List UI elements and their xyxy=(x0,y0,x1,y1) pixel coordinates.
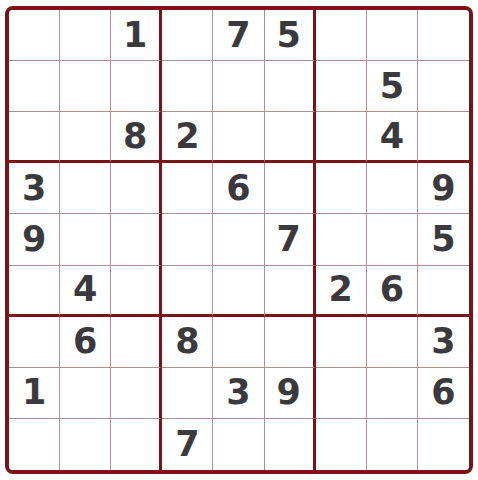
cell-r8c8[interactable] xyxy=(367,368,418,419)
given-digit: 8 xyxy=(123,119,147,154)
cell-r7c1[interactable] xyxy=(9,317,60,368)
cell-r1c7[interactable] xyxy=(316,10,367,61)
cell-r9c6[interactable] xyxy=(265,419,316,470)
cell-r6c8[interactable]: 6 xyxy=(367,266,418,317)
cell-r6c4[interactable] xyxy=(162,266,213,317)
cell-r7c8[interactable] xyxy=(367,317,418,368)
sudoku-page: 175582436997542668313967 xyxy=(0,0,478,480)
cell-r4c2[interactable] xyxy=(60,163,111,214)
given-digit: 6 xyxy=(431,375,455,410)
cell-r5c5[interactable] xyxy=(213,214,264,265)
cell-r9c5[interactable] xyxy=(213,419,264,470)
given-digit: 4 xyxy=(380,119,404,154)
cell-r9c1[interactable] xyxy=(9,419,60,470)
cell-r4c5[interactable]: 6 xyxy=(213,163,264,214)
cell-r4c7[interactable] xyxy=(316,163,367,214)
cell-r6c5[interactable] xyxy=(213,266,264,317)
cell-r3c2[interactable] xyxy=(60,112,111,163)
cell-r2c2[interactable] xyxy=(60,61,111,112)
cell-r3c3[interactable]: 8 xyxy=(111,112,162,163)
cell-r7c5[interactable] xyxy=(213,317,264,368)
cell-r8c5[interactable]: 3 xyxy=(213,368,264,419)
given-digit: 1 xyxy=(123,18,147,53)
cell-r6c9[interactable] xyxy=(418,266,469,317)
cell-r6c1[interactable] xyxy=(9,266,60,317)
cell-r2c9[interactable] xyxy=(418,61,469,112)
cell-r5c9[interactable]: 5 xyxy=(418,214,469,265)
cell-r1c2[interactable] xyxy=(60,10,111,61)
cell-r9c2[interactable] xyxy=(60,419,111,470)
cell-r3c6[interactable] xyxy=(265,112,316,163)
cell-r1c9[interactable] xyxy=(418,10,469,61)
cell-r7c3[interactable] xyxy=(111,317,162,368)
given-digit: 6 xyxy=(73,324,97,359)
cell-r2c1[interactable] xyxy=(9,61,60,112)
cell-r1c6[interactable]: 5 xyxy=(265,10,316,61)
given-digit: 9 xyxy=(431,171,455,206)
given-digit: 6 xyxy=(226,171,250,206)
cell-r1c4[interactable] xyxy=(162,10,213,61)
given-digit: 4 xyxy=(73,272,97,307)
cell-r9c3[interactable] xyxy=(111,419,162,470)
cell-r2c4[interactable] xyxy=(162,61,213,112)
given-digit: 3 xyxy=(431,324,455,359)
cell-r9c4[interactable]: 7 xyxy=(162,419,213,470)
cell-r2c7[interactable] xyxy=(316,61,367,112)
cell-r3c5[interactable] xyxy=(213,112,264,163)
cell-r4c9[interactable]: 9 xyxy=(418,163,469,214)
cell-r1c3[interactable]: 1 xyxy=(111,10,162,61)
cell-r8c1[interactable]: 1 xyxy=(9,368,60,419)
cell-r5c7[interactable] xyxy=(316,214,367,265)
cell-r2c8[interactable]: 5 xyxy=(367,61,418,112)
cell-r3c9[interactable] xyxy=(418,112,469,163)
cell-r7c2[interactable]: 6 xyxy=(60,317,111,368)
given-digit: 1 xyxy=(22,375,46,410)
given-digit: 6 xyxy=(380,272,404,307)
cell-r7c4[interactable]: 8 xyxy=(162,317,213,368)
cell-r2c3[interactable] xyxy=(111,61,162,112)
cell-r6c7[interactable]: 2 xyxy=(316,266,367,317)
given-digit: 9 xyxy=(276,375,300,410)
cell-r3c7[interactable] xyxy=(316,112,367,163)
cell-r6c6[interactable] xyxy=(265,266,316,317)
given-digit: 5 xyxy=(380,69,404,104)
given-digit: 2 xyxy=(329,272,353,307)
cell-r8c2[interactable] xyxy=(60,368,111,419)
cell-r4c4[interactable] xyxy=(162,163,213,214)
given-digit: 7 xyxy=(226,18,250,53)
cell-r2c5[interactable] xyxy=(213,61,264,112)
cell-r4c8[interactable] xyxy=(367,163,418,214)
cell-r3c1[interactable] xyxy=(9,112,60,163)
given-digit: 3 xyxy=(22,171,46,206)
cell-r4c6[interactable] xyxy=(265,163,316,214)
cell-r5c3[interactable] xyxy=(111,214,162,265)
given-digit: 3 xyxy=(226,375,250,410)
cell-r8c7[interactable] xyxy=(316,368,367,419)
given-digit: 5 xyxy=(276,18,300,53)
cell-r5c2[interactable] xyxy=(60,214,111,265)
cell-r3c8[interactable]: 4 xyxy=(367,112,418,163)
cell-r1c1[interactable] xyxy=(9,10,60,61)
cell-r7c6[interactable] xyxy=(265,317,316,368)
given-digit: 8 xyxy=(175,324,199,359)
sudoku-board: 175582436997542668313967 xyxy=(5,6,473,474)
cell-r5c6[interactable]: 7 xyxy=(265,214,316,265)
cell-r9c8[interactable] xyxy=(367,419,418,470)
cell-r5c8[interactable] xyxy=(367,214,418,265)
given-digit: 5 xyxy=(431,222,455,257)
cell-r7c9[interactable]: 3 xyxy=(418,317,469,368)
cell-r9c7[interactable] xyxy=(316,419,367,470)
cell-r6c2[interactable]: 4 xyxy=(60,266,111,317)
given-digit: 2 xyxy=(175,119,199,154)
cell-r3c4[interactable]: 2 xyxy=(162,112,213,163)
given-digit: 7 xyxy=(175,427,199,462)
cell-r4c3[interactable] xyxy=(111,163,162,214)
cell-r2c6[interactable] xyxy=(265,61,316,112)
cell-r8c4[interactable] xyxy=(162,368,213,419)
cell-r6c3[interactable] xyxy=(111,266,162,317)
given-digit: 9 xyxy=(22,222,46,257)
cell-r4c1[interactable]: 3 xyxy=(9,163,60,214)
cell-r7c7[interactable] xyxy=(316,317,367,368)
cell-r5c4[interactable] xyxy=(162,214,213,265)
cell-r8c6[interactable]: 9 xyxy=(265,368,316,419)
cell-r5c1[interactable]: 9 xyxy=(9,214,60,265)
cell-r1c8[interactable] xyxy=(367,10,418,61)
cell-r8c9[interactable]: 6 xyxy=(418,368,469,419)
cell-r8c3[interactable] xyxy=(111,368,162,419)
cell-r9c9[interactable] xyxy=(418,419,469,470)
given-digit: 7 xyxy=(276,222,300,257)
cell-r1c5[interactable]: 7 xyxy=(213,10,264,61)
